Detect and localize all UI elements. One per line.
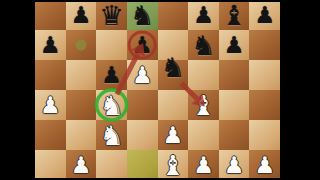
square-d3[interactable] [127, 120, 158, 150]
square-b5[interactable] [66, 60, 97, 90]
square-g7[interactable]: ♝ [219, 0, 250, 30]
square-a7[interactable] [35, 0, 66, 30]
piece-black-pawn-g6: ♟ [224, 34, 245, 57]
square-e3[interactable]: ♟ [158, 120, 189, 150]
piece-black-pawn-d6: ♟ [132, 34, 153, 57]
square-f3[interactable] [188, 120, 219, 150]
square-c6[interactable] [96, 30, 127, 60]
square-d6[interactable]: ♟ [127, 30, 158, 60]
piece-black-pawn-a6: ♟ [40, 34, 61, 57]
piece-black-bishop-g7: ♝ [222, 2, 246, 29]
piece-black-pawn-c5: ♟ [101, 64, 122, 87]
square-g5[interactable] [219, 60, 250, 90]
letterbox-top [0, 0, 320, 2]
piece-white-pawn-h2: ♟ [254, 154, 275, 177]
square-a3[interactable] [35, 120, 66, 150]
square-f2[interactable]: ♟ [188, 150, 219, 180]
square-a2[interactable] [35, 150, 66, 180]
square-d5[interactable]: ♟ [127, 60, 158, 90]
square-e5[interactable]: ♞ [158, 60, 189, 90]
square-d4[interactable] [127, 90, 158, 120]
square-b6[interactable] [66, 30, 97, 60]
square-f6[interactable]: ♞ [188, 30, 219, 60]
square-g2[interactable]: ♟ [219, 150, 250, 180]
square-g3[interactable] [219, 120, 250, 150]
chess-board: ♟♛♞♟♝♟♟♟♞♟♟♟♞♟♞♝♞♟♟♝♟♟♟ [35, 0, 280, 180]
square-e2[interactable]: ♝ [158, 150, 189, 180]
square-b4[interactable] [66, 90, 97, 120]
piece-black-knight-e5: ♞ [161, 54, 185, 81]
piece-white-knight-c4: ♞ [99, 92, 123, 119]
piece-black-knight-d7: ♞ [130, 2, 154, 29]
square-h7[interactable]: ♟ [249, 0, 280, 30]
piece-white-pawn-a4: ♟ [40, 94, 61, 117]
square-h2[interactable]: ♟ [249, 150, 280, 180]
square-d2[interactable] [127, 150, 158, 180]
piece-black-pawn-f7: ♟ [193, 4, 214, 27]
square-g6[interactable]: ♟ [219, 30, 250, 60]
piece-black-queen-c7: ♛ [99, 2, 123, 29]
square-b7[interactable]: ♟ [66, 0, 97, 30]
square-e4[interactable] [158, 90, 189, 120]
square-f7[interactable]: ♟ [188, 0, 219, 30]
square-c3[interactable]: ♞ [96, 120, 127, 150]
piece-white-bishop-f4: ♝ [191, 92, 215, 119]
square-d7[interactable]: ♞ [127, 0, 158, 30]
piece-white-pawn-f2: ♟ [193, 154, 214, 177]
piece-white-pawn-d5: ♟ [132, 64, 153, 87]
video-frame: ♟♛♞♟♝♟♟♟♞♟♟♟♞♟♞♝♞♟♟♝♟♟♟ [0, 0, 320, 180]
square-c4[interactable]: ♞ [96, 90, 127, 120]
square-b3[interactable] [66, 120, 97, 150]
piece-black-pawn-h7: ♟ [254, 4, 275, 27]
square-c2[interactable] [96, 150, 127, 180]
piece-black-knight-f6: ♞ [191, 32, 215, 59]
square-c5[interactable]: ♟ [96, 60, 127, 90]
square-a6[interactable]: ♟ [35, 30, 66, 60]
square-c7[interactable]: ♛ [96, 0, 127, 30]
piece-white-pawn-g2: ♟ [224, 154, 245, 177]
square-h4[interactable] [249, 90, 280, 120]
square-a5[interactable] [35, 60, 66, 90]
square-h5[interactable] [249, 60, 280, 90]
square-f4[interactable]: ♝ [188, 90, 219, 120]
piece-white-pawn-b2: ♟ [71, 154, 92, 177]
square-a4[interactable]: ♟ [35, 90, 66, 120]
pillarbox-left [0, 0, 35, 180]
square-h3[interactable] [249, 120, 280, 150]
square-g4[interactable] [219, 90, 250, 120]
square-f5[interactable] [188, 60, 219, 90]
pillarbox-right [280, 0, 320, 180]
square-h6[interactable] [249, 30, 280, 60]
square-e7[interactable] [158, 0, 189, 30]
square-b2[interactable]: ♟ [66, 150, 97, 180]
piece-white-pawn-e3: ♟ [163, 124, 184, 147]
piece-white-bishop-e2: ♝ [161, 152, 185, 179]
piece-white-knight-c3: ♞ [99, 122, 123, 149]
letterbox-bottom [0, 178, 320, 180]
piece-black-pawn-b7: ♟ [71, 4, 92, 27]
